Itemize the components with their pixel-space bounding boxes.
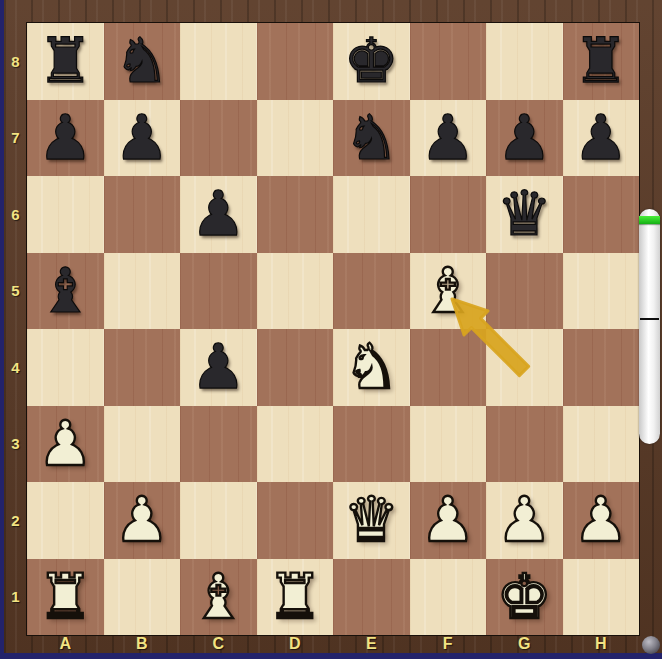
piece-white-pawn-f2[interactable]: ♟ [420,482,476,558]
piece-black-pawn-b7[interactable]: ♟ [114,100,170,176]
piece-black-queen-g6[interactable]: ♛ [496,176,552,252]
square-a6[interactable] [27,176,104,253]
square-e1[interactable] [333,559,410,636]
piece-white-pawn-b2[interactable]: ♟ [114,482,170,558]
piece-black-rook-a8[interactable]: ♜ [37,23,93,99]
square-b6[interactable] [104,176,181,253]
file-label-h: H [563,634,640,653]
square-g1[interactable]: ♚ [486,559,563,636]
square-e8[interactable]: ♚ [333,23,410,100]
square-f5[interactable]: ♝ [410,253,487,330]
square-c2[interactable] [180,482,257,559]
square-b5[interactable] [104,253,181,330]
square-a4[interactable] [27,329,104,406]
square-c4[interactable]: ♟ [180,329,257,406]
square-e6[interactable] [333,176,410,253]
square-g8[interactable] [486,23,563,100]
square-f4[interactable] [410,329,487,406]
rank-label-8: 8 [4,23,27,100]
piece-white-pawn-h2[interactable]: ♟ [573,482,629,558]
rank-label-7: 7 [4,100,27,177]
square-f7[interactable]: ♟ [410,100,487,177]
square-h7[interactable]: ♟ [563,100,640,177]
square-d6[interactable] [257,176,334,253]
chess-board: ♜♞♚♜♟♟♞♟♟♟♟♛♝♝♟♞♟♟♛♟♟♟♜♝♜♚ [27,23,639,635]
square-g2[interactable]: ♟ [486,482,563,559]
file-label-c: C [180,634,257,653]
square-h2[interactable]: ♟ [563,482,640,559]
rank-label-1: 1 [4,559,27,636]
file-labels: ABCDEFGH [27,634,639,653]
rank-label-2: 2 [4,482,27,559]
square-g3[interactable] [486,406,563,483]
square-b7[interactable]: ♟ [104,100,181,177]
square-e4[interactable]: ♞ [333,329,410,406]
square-a2[interactable] [27,482,104,559]
square-a7[interactable]: ♟ [27,100,104,177]
square-h8[interactable]: ♜ [563,23,640,100]
square-a1[interactable]: ♜ [27,559,104,636]
eval-slider-center-line [640,318,659,320]
square-h5[interactable] [563,253,640,330]
square-a3[interactable]: ♟ [27,406,104,483]
square-g7[interactable]: ♟ [486,100,563,177]
square-c3[interactable] [180,406,257,483]
file-label-b: B [104,634,181,653]
square-c7[interactable] [180,100,257,177]
piece-white-pawn-a3[interactable]: ♟ [37,406,93,482]
square-g4[interactable] [486,329,563,406]
piece-white-pawn-g2[interactable]: ♟ [496,482,552,558]
square-e3[interactable] [333,406,410,483]
square-b8[interactable]: ♞ [104,23,181,100]
piece-white-king-g1[interactable]: ♚ [496,559,552,635]
corner-knob [642,636,660,654]
square-h6[interactable] [563,176,640,253]
piece-black-pawn-c6[interactable]: ♟ [190,176,246,252]
piece-white-rook-a1[interactable]: ♜ [37,559,93,635]
square-b4[interactable] [104,329,181,406]
square-d5[interactable] [257,253,334,330]
square-c6[interactable]: ♟ [180,176,257,253]
file-label-e: E [333,634,410,653]
square-c5[interactable] [180,253,257,330]
square-d8[interactable] [257,23,334,100]
square-c8[interactable] [180,23,257,100]
piece-black-rook-h8[interactable]: ♜ [573,23,629,99]
piece-white-queen-e2[interactable]: ♛ [343,482,399,558]
file-label-d: D [257,634,334,653]
square-f8[interactable] [410,23,487,100]
square-d4[interactable] [257,329,334,406]
file-label-f: F [410,634,487,653]
file-label-a: A [27,634,104,653]
square-g5[interactable] [486,253,563,330]
piece-black-pawn-f7[interactable]: ♟ [420,100,476,176]
square-f2[interactable]: ♟ [410,482,487,559]
square-e5[interactable] [333,253,410,330]
rank-label-4: 4 [4,329,27,406]
piece-white-bishop-c1[interactable]: ♝ [190,559,246,635]
square-g6[interactable]: ♛ [486,176,563,253]
square-d3[interactable] [257,406,334,483]
square-h3[interactable] [563,406,640,483]
piece-white-knight-e4[interactable]: ♞ [343,329,399,405]
piece-black-pawn-c4[interactable]: ♟ [190,329,246,405]
square-e7[interactable]: ♞ [333,100,410,177]
square-f6[interactable] [410,176,487,253]
rank-label-3: 3 [4,406,27,483]
rank-label-6: 6 [4,176,27,253]
eval-slider[interactable] [639,209,660,444]
square-d2[interactable] [257,482,334,559]
square-d7[interactable] [257,100,334,177]
piece-white-bishop-f5[interactable]: ♝ [420,253,476,329]
eval-slider-green-marker [639,216,660,224]
square-c1[interactable]: ♝ [180,559,257,636]
square-a5[interactable]: ♝ [27,253,104,330]
piece-black-bishop-a5[interactable]: ♝ [37,253,93,329]
rank-labels: 87654321 [4,23,27,635]
piece-black-knight-e7[interactable]: ♞ [343,100,399,176]
piece-black-knight-b8[interactable]: ♞ [114,23,170,99]
square-d1[interactable]: ♜ [257,559,334,636]
piece-white-rook-d1[interactable]: ♜ [267,559,323,635]
square-f3[interactable] [410,406,487,483]
square-b1[interactable] [104,559,181,636]
file-label-g: G [486,634,563,653]
square-a8[interactable]: ♜ [27,23,104,100]
rank-label-5: 5 [4,253,27,330]
piece-black-king-e8[interactable]: ♚ [343,23,399,99]
piece-black-pawn-h7[interactable]: ♟ [573,100,629,176]
square-b3[interactable] [104,406,181,483]
square-f1[interactable] [410,559,487,636]
square-h1[interactable] [563,559,640,636]
square-h4[interactable] [563,329,640,406]
piece-black-pawn-a7[interactable]: ♟ [37,100,93,176]
square-e2[interactable]: ♛ [333,482,410,559]
piece-black-pawn-g7[interactable]: ♟ [496,100,552,176]
square-b2[interactable]: ♟ [104,482,181,559]
